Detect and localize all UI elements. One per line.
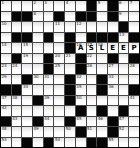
black-cell — [65, 117, 75, 127]
white-cell[interactable] — [44, 127, 54, 137]
white-cell[interactable]: 49 — [33, 127, 43, 137]
cell-number: 38 — [12, 96, 17, 100]
white-cell[interactable]: 34 — [22, 85, 32, 95]
white-cell[interactable]: 31 — [44, 75, 54, 85]
black-cell — [97, 106, 107, 116]
white-cell[interactable] — [119, 85, 129, 95]
black-cell — [87, 138, 97, 148]
black-cell — [97, 85, 107, 95]
white-cell[interactable] — [119, 96, 129, 106]
cell-number: 34 — [23, 85, 28, 89]
black-cell — [22, 12, 32, 22]
cell-number: 42 — [2, 106, 7, 110]
white-cell[interactable] — [87, 117, 97, 127]
white-cell[interactable] — [54, 75, 64, 85]
white-cell[interactable] — [22, 127, 32, 137]
white-cell[interactable] — [54, 85, 64, 95]
cell-number: 45 — [76, 117, 81, 121]
cell-letter: S — [87, 43, 97, 53]
cell-number: 43 — [12, 117, 17, 121]
white-cell[interactable]: 4 — [65, 1, 75, 11]
cell-number: 9 — [119, 12, 122, 16]
cell-number: 3 — [44, 1, 47, 5]
black-cell — [12, 85, 22, 95]
white-cell[interactable] — [129, 138, 139, 148]
black-cell — [129, 54, 139, 64]
white-cell[interactable] — [44, 22, 54, 32]
white-cell[interactable] — [97, 54, 107, 64]
black-cell — [22, 138, 32, 148]
white-cell[interactable] — [1, 33, 11, 43]
white-cell[interactable]: 24 — [12, 64, 22, 74]
white-cell[interactable]: 29 — [1, 75, 11, 85]
black-cell — [65, 75, 75, 85]
cell-number: 29 — [2, 75, 7, 79]
white-cell[interactable] — [97, 127, 107, 137]
cell-number: 6 — [119, 1, 122, 5]
cell-number: 33 — [108, 75, 113, 79]
white-cell[interactable] — [33, 106, 43, 116]
white-cell[interactable] — [87, 85, 97, 95]
black-cell — [129, 85, 139, 95]
cell-number: 28 — [130, 64, 135, 68]
cell-number: 26 — [87, 64, 92, 68]
white-cell[interactable] — [97, 12, 107, 22]
black-cell — [87, 33, 97, 43]
cell-number: 48 — [2, 127, 7, 131]
white-cell[interactable] — [76, 138, 86, 148]
white-cell[interactable]: 37 — [1, 96, 11, 106]
white-cell[interactable]: 18L — [97, 43, 107, 53]
white-cell[interactable]: 25 — [54, 64, 64, 74]
white-cell[interactable]: 27 — [108, 64, 118, 74]
cell-number: 23 — [2, 64, 7, 68]
cell-number: 5 — [98, 1, 101, 5]
white-cell[interactable] — [22, 22, 32, 32]
cell-number: 11 — [55, 22, 60, 26]
white-cell[interactable] — [54, 127, 64, 137]
cell-number: 35 — [76, 85, 81, 89]
cell-number: 13 — [119, 33, 124, 37]
white-cell[interactable]: 20 — [54, 54, 64, 64]
white-cell[interactable] — [108, 106, 118, 116]
black-cell — [97, 138, 107, 148]
cell-number: 27 — [108, 64, 113, 68]
cell-number: 22 — [87, 54, 92, 58]
cell-letter: A — [76, 43, 86, 53]
black-cell — [119, 22, 129, 32]
white-cell[interactable]: 3 — [44, 1, 54, 11]
white-cell[interactable] — [12, 138, 22, 148]
black-cell — [33, 96, 43, 106]
white-cell[interactable]: 42 — [1, 106, 11, 116]
white-cell[interactable] — [119, 138, 129, 148]
black-cell — [1, 117, 11, 127]
black-cell — [108, 54, 118, 64]
white-cell[interactable] — [22, 117, 32, 127]
white-cell[interactable] — [12, 1, 22, 11]
white-cell[interactable] — [54, 43, 64, 53]
white-cell[interactable] — [65, 106, 75, 116]
cell-number: 52 — [119, 127, 124, 131]
cell-number: 25 — [55, 64, 60, 68]
white-cell[interactable] — [65, 64, 75, 74]
cell-number: 31 — [44, 75, 49, 79]
cell-number: 2 — [34, 1, 37, 5]
black-cell — [33, 117, 43, 127]
white-cell[interactable]: 52 — [119, 127, 129, 137]
cell-number: 41 — [130, 96, 135, 100]
black-cell — [76, 12, 86, 22]
white-cell[interactable] — [76, 33, 86, 43]
cell-number: 39 — [44, 96, 49, 100]
white-cell[interactable] — [119, 64, 129, 74]
cell-letter: E — [108, 43, 118, 53]
white-cell[interactable] — [87, 96, 97, 106]
white-cell[interactable]: 47 — [119, 117, 129, 127]
black-cell — [108, 127, 118, 137]
white-cell[interactable] — [1, 12, 11, 22]
black-cell — [65, 33, 75, 43]
white-cell[interactable] — [33, 22, 43, 32]
white-cell[interactable]: 53 — [1, 138, 11, 148]
white-cell[interactable] — [97, 64, 107, 74]
black-cell — [76, 106, 86, 116]
cell-number: 24 — [12, 64, 17, 68]
black-cell — [65, 43, 75, 53]
white-cell[interactable]: 35 — [76, 85, 86, 95]
black-cell — [129, 33, 139, 43]
white-cell[interactable]: 41 — [129, 96, 139, 106]
cell-number: 49 — [34, 127, 39, 131]
white-cell[interactable]: 30 — [33, 75, 43, 85]
cell-number: 51 — [87, 127, 92, 131]
white-cell[interactable] — [108, 22, 118, 32]
cell-number: 7 — [130, 1, 133, 5]
white-cell[interactable] — [33, 64, 43, 74]
white-cell[interactable]: 33 — [108, 75, 118, 85]
cell-number: 8 — [34, 12, 37, 16]
cell-number: 53 — [2, 138, 7, 142]
cell-number: 30 — [34, 75, 39, 79]
cell-number: 15 — [23, 43, 28, 47]
white-cell[interactable] — [129, 75, 139, 85]
black-cell — [44, 138, 54, 148]
cell-number: 20 — [55, 54, 60, 58]
cell-number: 10 — [2, 22, 7, 26]
cell-letter: E — [119, 43, 129, 53]
black-cell — [65, 96, 75, 106]
white-cell[interactable] — [54, 106, 64, 116]
white-cell[interactable]: 16A — [76, 43, 86, 53]
cell-number: 32 — [76, 75, 81, 79]
white-cell[interactable]: 5 — [97, 1, 107, 11]
white-cell[interactable] — [129, 22, 139, 32]
cell-number: 55 — [108, 138, 113, 142]
white-cell[interactable]: 14 — [1, 43, 11, 53]
black-cell — [1, 85, 11, 95]
white-cell[interactable]: 19 — [22, 54, 32, 64]
white-cell[interactable]: 40 — [76, 96, 86, 106]
white-cell[interactable]: 17S — [87, 43, 97, 53]
white-cell[interactable]: 38 — [12, 96, 22, 106]
white-cell[interactable]: 9 — [119, 12, 129, 22]
white-cell[interactable] — [65, 12, 75, 22]
white-cell[interactable]: 11 — [54, 22, 64, 32]
white-cell[interactable]: 8 — [33, 12, 43, 22]
white-cell[interactable]: 46 — [97, 117, 107, 127]
black-cell — [44, 54, 54, 64]
white-cell[interactable] — [65, 22, 75, 32]
white-cell[interactable] — [54, 96, 64, 106]
white-cell[interactable]: 48 — [1, 127, 11, 137]
cell-number: 12 — [76, 22, 81, 26]
white-cell[interactable]: P — [129, 43, 139, 53]
white-cell[interactable] — [12, 22, 22, 32]
white-cell[interactable]: 1 — [1, 1, 11, 11]
white-cell[interactable]: 36 — [108, 85, 118, 95]
black-cell — [12, 12, 22, 22]
white-cell[interactable]: 43 — [12, 117, 22, 127]
black-cell — [12, 54, 22, 64]
white-cell[interactable] — [33, 138, 43, 148]
white-cell[interactable]: 44 — [44, 117, 54, 127]
cell-number: 46 — [98, 117, 103, 121]
black-cell — [65, 85, 75, 95]
black-cell — [108, 33, 118, 43]
cell-number: 14 — [2, 43, 7, 47]
black-cell — [44, 33, 54, 43]
black-cell — [97, 75, 107, 85]
white-cell[interactable] — [33, 85, 43, 95]
white-cell[interactable]: 32 — [76, 75, 86, 85]
white-cell[interactable] — [65, 138, 75, 148]
black-cell — [87, 1, 97, 11]
white-cell[interactable] — [108, 96, 118, 106]
white-cell[interactable] — [97, 22, 107, 32]
white-cell[interactable] — [87, 22, 97, 32]
white-cell[interactable] — [44, 12, 54, 22]
white-cell[interactable] — [129, 106, 139, 116]
white-cell[interactable] — [129, 127, 139, 137]
cell-letter: L — [97, 43, 107, 53]
white-cell[interactable] — [1, 54, 11, 64]
white-cell[interactable]: E — [119, 43, 129, 53]
white-cell[interactable] — [76, 1, 86, 11]
white-cell[interactable] — [22, 96, 32, 106]
white-cell[interactable]: E — [108, 43, 118, 53]
white-cell[interactable]: 13 — [119, 33, 129, 43]
white-cell[interactable] — [33, 54, 43, 64]
white-cell[interactable]: 6 — [119, 1, 129, 11]
white-cell[interactable] — [119, 75, 129, 85]
black-cell — [108, 1, 118, 11]
cell-number: 37 — [2, 96, 7, 100]
white-cell[interactable] — [54, 33, 64, 43]
white-cell[interactable] — [87, 106, 97, 116]
black-cell — [97, 33, 107, 43]
white-cell[interactable]: 26 — [87, 64, 97, 74]
white-cell[interactable] — [22, 1, 32, 11]
white-cell[interactable] — [44, 106, 54, 116]
white-cell[interactable] — [129, 12, 139, 22]
white-cell[interactable]: 15 — [22, 43, 32, 53]
black-cell — [119, 106, 129, 116]
white-cell[interactable]: 23 — [1, 64, 11, 74]
white-cell[interactable]: 10 — [1, 22, 11, 32]
white-cell[interactable] — [54, 1, 64, 11]
cell-number: 50 — [66, 127, 71, 131]
black-cell — [108, 117, 118, 127]
black-cell — [44, 64, 54, 74]
black-cell — [12, 33, 22, 43]
crossword-grid: 12345678910111213141516A17S18LEEP1920212… — [0, 0, 140, 148]
cell-number: 44 — [44, 117, 49, 121]
white-cell[interactable] — [119, 54, 129, 64]
white-cell[interactable]: 21 — [65, 54, 75, 64]
black-cell — [76, 54, 86, 64]
white-cell[interactable]: 28 — [129, 64, 139, 74]
black-cell — [22, 33, 32, 43]
cell-number: 54 — [55, 138, 60, 142]
white-cell[interactable] — [12, 106, 22, 116]
cell-number: 19 — [23, 54, 28, 58]
cell-number: 47 — [119, 117, 124, 121]
white-cell[interactable]: 55 — [108, 138, 118, 148]
white-cell[interactable] — [54, 117, 64, 127]
black-cell — [87, 12, 97, 22]
white-cell[interactable] — [33, 43, 43, 53]
cell-number: 21 — [66, 54, 71, 58]
white-cell[interactable] — [12, 43, 22, 53]
white-cell[interactable] — [12, 75, 22, 85]
black-cell — [76, 127, 86, 137]
white-cell[interactable]: 12 — [76, 22, 86, 32]
cell-number: 36 — [108, 85, 113, 89]
cell-number: 4 — [66, 1, 69, 5]
black-cell — [108, 12, 118, 22]
white-cell[interactable] — [97, 96, 107, 106]
cell-number: 1 — [2, 1, 5, 5]
white-cell[interactable] — [44, 43, 54, 53]
white-cell[interactable]: 51 — [87, 127, 97, 137]
white-cell[interactable] — [22, 64, 32, 74]
white-cell[interactable] — [12, 127, 22, 137]
black-cell — [54, 12, 64, 22]
white-cell[interactable] — [87, 75, 97, 85]
black-cell — [76, 64, 86, 74]
white-cell[interactable]: 22 — [87, 54, 97, 64]
white-cell[interactable]: 54 — [54, 138, 64, 148]
white-cell[interactable]: 39 — [44, 96, 54, 106]
white-cell[interactable] — [22, 106, 32, 116]
white-cell[interactable]: 2 — [33, 1, 43, 11]
white-cell[interactable]: 7 — [129, 1, 139, 11]
white-cell[interactable]: 45 — [76, 117, 86, 127]
white-cell[interactable]: 50 — [65, 127, 75, 137]
white-cell[interactable] — [129, 117, 139, 127]
white-cell[interactable] — [33, 33, 43, 43]
cell-letter: P — [129, 43, 139, 53]
black-cell — [22, 75, 32, 85]
white-cell[interactable] — [44, 85, 54, 95]
cell-number: 40 — [76, 96, 81, 100]
